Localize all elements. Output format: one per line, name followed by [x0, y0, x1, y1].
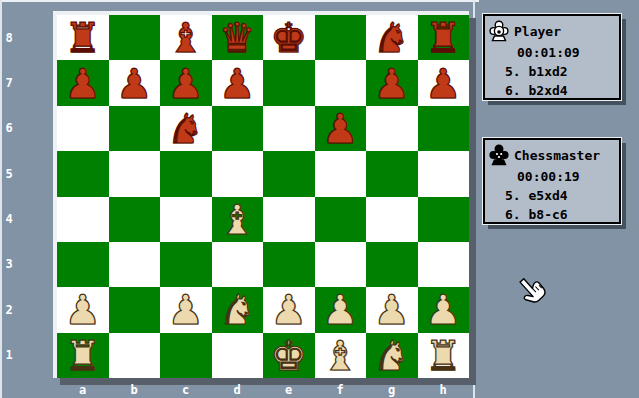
square-c4[interactable]: [160, 197, 212, 242]
square-e1[interactable]: ♚: [263, 333, 315, 378]
piece-white-rook-h1[interactable]: ♜: [425, 336, 462, 377]
chessmaster-move-6: 6. b8-c6: [505, 205, 615, 224]
chessmaster-info-panel: Chessmaster 00:00:19 5. e5xd4 6. b8-c6: [483, 138, 621, 224]
square-c7[interactable]: ♟: [160, 60, 212, 105]
square-f7[interactable]: [315, 60, 367, 105]
player-clock: 00:01:09: [517, 43, 615, 62]
square-h2[interactable]: ♟: [418, 287, 470, 332]
piece-red-pawn-b7[interactable]: ♟: [116, 64, 153, 105]
square-h1[interactable]: ♜: [418, 333, 470, 378]
square-c2[interactable]: ♟: [160, 287, 212, 332]
file-label-d: d: [212, 382, 263, 397]
chessmaster-panel-header: Chessmaster: [489, 143, 615, 167]
square-h8[interactable]: ♜: [418, 15, 470, 60]
piece-red-pawn-g7[interactable]: ♟: [373, 64, 410, 105]
file-label-g: g: [366, 382, 417, 397]
player-move-5: 5. b1xd2: [505, 62, 615, 81]
piece-white-pawn-e2[interactable]: ♟: [270, 290, 307, 331]
piece-white-pawn-a2[interactable]: ♟: [64, 290, 101, 331]
piece-white-king-e1[interactable]: ♚: [270, 336, 307, 377]
square-f4[interactable]: [315, 197, 367, 242]
square-h7[interactable]: ♟: [418, 60, 470, 105]
piece-red-rook-a8[interactable]: ♜: [64, 18, 101, 59]
rank-label-5: 5: [2, 151, 16, 196]
square-b5[interactable]: [109, 151, 161, 196]
square-f1[interactable]: ♝: [315, 333, 367, 378]
window-bevel-divider: [473, 0, 475, 398]
piece-red-pawn-f6[interactable]: ♟: [322, 109, 359, 150]
square-c1[interactable]: [160, 333, 212, 378]
square-g6[interactable]: [366, 106, 418, 151]
player-name: Player: [514, 24, 561, 39]
square-b2[interactable]: [109, 287, 161, 332]
square-g3[interactable]: [366, 242, 418, 287]
rank-label-8: 8: [2, 15, 16, 60]
file-label-b: b: [109, 382, 160, 397]
piece-red-knight-c6[interactable]: ♞: [167, 109, 204, 150]
rank-label-6: 6: [2, 106, 16, 151]
rank-label-2: 2: [2, 287, 16, 332]
hand-pointer-cursor: [514, 272, 552, 312]
square-a8[interactable]: ♜: [57, 15, 109, 60]
piece-white-pawn-g2[interactable]: ♟: [373, 290, 410, 331]
file-label-c: c: [160, 382, 211, 397]
square-f5[interactable]: [315, 151, 367, 196]
square-e4[interactable]: [263, 197, 315, 242]
square-d1[interactable]: [212, 333, 264, 378]
square-d2[interactable]: ♞: [212, 287, 264, 332]
piece-red-pawn-c7[interactable]: ♟: [167, 64, 204, 105]
piece-red-bishop-c8[interactable]: ♝: [167, 18, 204, 59]
square-g2[interactable]: ♟: [366, 287, 418, 332]
square-d3[interactable]: [212, 242, 264, 287]
square-d5[interactable]: [212, 151, 264, 196]
square-b7[interactable]: ♟: [109, 60, 161, 105]
square-d6[interactable]: [212, 106, 264, 151]
piece-white-pawn-h2[interactable]: ♟: [425, 290, 462, 331]
square-b1[interactable]: [109, 333, 161, 378]
piece-white-bishop-f1[interactable]: ♝: [322, 336, 359, 377]
square-a3[interactable]: [57, 242, 109, 287]
square-b3[interactable]: [109, 242, 161, 287]
file-label-h: h: [418, 382, 469, 397]
chessmaster-clock: 00:00:19: [517, 167, 615, 186]
white-piece-icon: [489, 20, 509, 42]
square-e2[interactable]: ♟: [263, 287, 315, 332]
square-a6[interactable]: [57, 106, 109, 151]
file-label-e: e: [263, 382, 314, 397]
chessmaster-name: Chessmaster: [514, 148, 600, 163]
square-a2[interactable]: ♟: [57, 287, 109, 332]
square-a1[interactable]: ♜: [57, 333, 109, 378]
square-h6[interactable]: [418, 106, 470, 151]
piece-red-pawn-d7[interactable]: ♟: [219, 64, 256, 105]
rank-label-7: 7: [2, 60, 16, 105]
square-a5[interactable]: [57, 151, 109, 196]
file-label-f: f: [315, 382, 366, 397]
piece-white-bishop-d4[interactable]: ♝: [219, 200, 256, 241]
square-a7[interactable]: ♟: [57, 60, 109, 105]
square-c6[interactable]: ♞: [160, 106, 212, 151]
chessmaster-screen: ♜♝♛♚♞♜♟♟♟♟♟♟♞♟♝♟♟♞♟♟♟♟♜♚♝♞♜ 87654321 abc…: [0, 0, 639, 398]
square-b8[interactable]: [109, 15, 161, 60]
rank-label-3: 3: [2, 242, 16, 287]
square-h4[interactable]: [418, 197, 470, 242]
square-e8[interactable]: ♚: [263, 15, 315, 60]
square-f6[interactable]: ♟: [315, 106, 367, 151]
player-move-6: 6. b2xd4: [505, 81, 615, 100]
player-info-panel: Player 00:01:09 5. b1xd2 6. b2xd4: [483, 14, 621, 100]
piece-white-pawn-c2[interactable]: ♟: [167, 290, 204, 331]
square-g8[interactable]: ♞: [366, 15, 418, 60]
square-g7[interactable]: ♟: [366, 60, 418, 105]
square-h3[interactable]: [418, 242, 470, 287]
piece-white-knight-g1[interactable]: ♞: [373, 336, 410, 377]
square-c8[interactable]: ♝: [160, 15, 212, 60]
square-d7[interactable]: ♟: [212, 60, 264, 105]
piece-red-rook-h8[interactable]: ♜: [425, 18, 462, 59]
square-f2[interactable]: ♟: [315, 287, 367, 332]
square-g4[interactable]: [366, 197, 418, 242]
square-g1[interactable]: ♞: [366, 333, 418, 378]
square-e5[interactable]: [263, 151, 315, 196]
window-bevel-top: [0, 0, 479, 2]
square-f8[interactable]: [315, 15, 367, 60]
square-g5[interactable]: [366, 151, 418, 196]
piece-white-knight-d2[interactable]: ♞: [219, 290, 256, 331]
piece-white-rook-a1[interactable]: ♜: [64, 336, 101, 377]
square-h5[interactable]: [418, 151, 470, 196]
file-label-a: a: [57, 382, 108, 397]
chess-board[interactable]: ♜♝♛♚♞♜♟♟♟♟♟♟♞♟♝♟♟♞♟♟♟♟♜♚♝♞♜: [57, 15, 469, 378]
rank-label-1: 1: [2, 333, 16, 378]
piece-red-queen-d8[interactable]: ♛: [219, 18, 256, 59]
piece-red-king-e8[interactable]: ♚: [270, 18, 307, 59]
square-c5[interactable]: [160, 151, 212, 196]
square-d4[interactable]: ♝: [212, 197, 264, 242]
black-piece-icon: [489, 144, 509, 166]
square-f3[interactable]: [315, 242, 367, 287]
square-d8[interactable]: ♛: [212, 15, 264, 60]
chess-board-frame: ♜♝♛♚♞♜♟♟♟♟♟♟♞♟♝♟♟♞♟♟♟♟♜♚♝♞♜: [53, 11, 469, 378]
square-e6[interactable]: [263, 106, 315, 151]
square-c3[interactable]: [160, 242, 212, 287]
piece-red-knight-g8[interactable]: ♞: [373, 18, 410, 59]
piece-red-pawn-a7[interactable]: ♟: [64, 64, 101, 105]
chessmaster-move-5: 5. e5xd4: [505, 186, 615, 205]
square-a4[interactable]: [57, 197, 109, 242]
square-e7[interactable]: [263, 60, 315, 105]
player-panel-header: Player: [489, 19, 615, 43]
square-b4[interactable]: [109, 197, 161, 242]
square-e3[interactable]: [263, 242, 315, 287]
piece-white-pawn-f2[interactable]: ♟: [322, 290, 359, 331]
square-b6[interactable]: [109, 106, 161, 151]
piece-red-pawn-h7[interactable]: ♟: [425, 64, 462, 105]
rank-label-4: 4: [2, 197, 16, 242]
